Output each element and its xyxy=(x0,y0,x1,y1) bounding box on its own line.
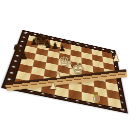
square-d1 xyxy=(55,87,69,98)
square-e1 xyxy=(68,89,82,100)
brass-clasp xyxy=(92,92,100,102)
square-h1 xyxy=(107,97,121,108)
chess-set-photo[interactable]: ♞♟♟♚♞♟♟♛♝♚♝♟♟ xyxy=(0,0,140,140)
clasp-ring xyxy=(93,95,100,103)
